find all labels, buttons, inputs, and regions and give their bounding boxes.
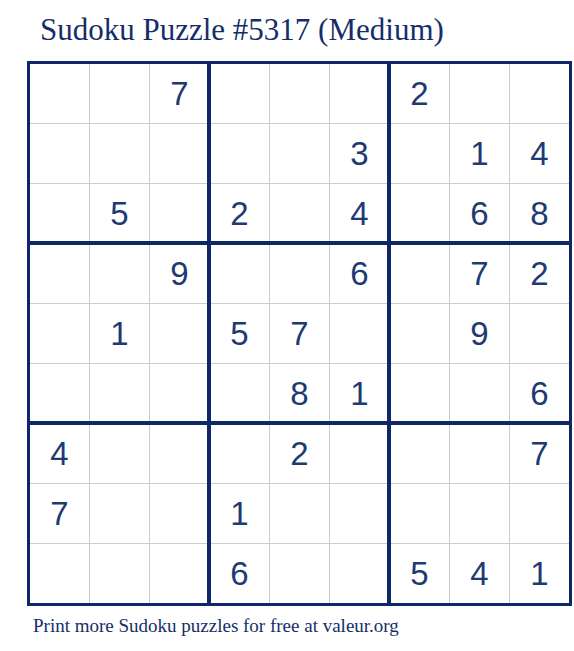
cell-r1c3[interactable]: 7 bbox=[150, 64, 209, 123]
cell-r7c4[interactable] bbox=[210, 424, 269, 483]
cell-r7c7[interactable] bbox=[390, 424, 449, 483]
cell-r8c7[interactable] bbox=[390, 484, 449, 543]
sudoku-board: 723145246896721579816427716541 bbox=[27, 61, 572, 606]
cell-r8c6[interactable] bbox=[330, 484, 389, 543]
cell-r4c7[interactable] bbox=[390, 244, 449, 303]
cell-r6c6[interactable]: 1 bbox=[330, 364, 389, 423]
cell-r5c1[interactable] bbox=[30, 304, 89, 363]
cell-r7c9[interactable]: 7 bbox=[510, 424, 569, 483]
cell-r8c9[interactable] bbox=[510, 484, 569, 543]
cell-r2c1[interactable] bbox=[30, 124, 89, 183]
cell-r7c5[interactable]: 2 bbox=[270, 424, 329, 483]
cell-r4c6[interactable]: 6 bbox=[330, 244, 389, 303]
cell-r3c8[interactable]: 6 bbox=[450, 184, 509, 243]
cell-r9c6[interactable] bbox=[330, 544, 389, 603]
cell-r9c1[interactable] bbox=[30, 544, 89, 603]
cell-r2c7[interactable] bbox=[390, 124, 449, 183]
cell-r4c5[interactable] bbox=[270, 244, 329, 303]
cell-r9c5[interactable] bbox=[270, 544, 329, 603]
cell-r9c4[interactable]: 6 bbox=[210, 544, 269, 603]
cell-r9c3[interactable] bbox=[150, 544, 209, 603]
cell-r3c5[interactable] bbox=[270, 184, 329, 243]
cell-r7c2[interactable] bbox=[90, 424, 149, 483]
cell-r8c1[interactable]: 7 bbox=[30, 484, 89, 543]
cell-r6c9[interactable]: 6 bbox=[510, 364, 569, 423]
cell-r5c2[interactable]: 1 bbox=[90, 304, 149, 363]
cell-r9c9[interactable]: 1 bbox=[510, 544, 569, 603]
cell-r1c8[interactable] bbox=[450, 64, 509, 123]
cell-r7c8[interactable] bbox=[450, 424, 509, 483]
cell-r3c9[interactable]: 8 bbox=[510, 184, 569, 243]
cell-r6c1[interactable] bbox=[30, 364, 89, 423]
cell-r2c8[interactable]: 1 bbox=[450, 124, 509, 183]
cell-r5c7[interactable] bbox=[390, 304, 449, 363]
cell-r6c2[interactable] bbox=[90, 364, 149, 423]
cell-r7c6[interactable] bbox=[330, 424, 389, 483]
cell-r6c8[interactable] bbox=[450, 364, 509, 423]
cell-r1c9[interactable] bbox=[510, 64, 569, 123]
cell-r3c1[interactable] bbox=[30, 184, 89, 243]
cell-r2c2[interactable] bbox=[90, 124, 149, 183]
cell-r4c8[interactable]: 7 bbox=[450, 244, 509, 303]
cell-r3c2[interactable]: 5 bbox=[90, 184, 149, 243]
cell-r9c8[interactable]: 4 bbox=[450, 544, 509, 603]
cell-r7c1[interactable]: 4 bbox=[30, 424, 89, 483]
cell-r3c3[interactable] bbox=[150, 184, 209, 243]
cell-r5c6[interactable] bbox=[330, 304, 389, 363]
cell-r2c9[interactable]: 4 bbox=[510, 124, 569, 183]
cell-r5c5[interactable]: 7 bbox=[270, 304, 329, 363]
puzzle-title: Sudoku Puzzle #5317 (Medium) bbox=[40, 12, 444, 48]
cell-r9c7[interactable]: 5 bbox=[390, 544, 449, 603]
sudoku-page: Sudoku Puzzle #5317 (Medium) 72314524689… bbox=[0, 0, 574, 651]
cell-r1c4[interactable] bbox=[210, 64, 269, 123]
cell-r8c8[interactable] bbox=[450, 484, 509, 543]
cell-r7c3[interactable] bbox=[150, 424, 209, 483]
cell-r1c6[interactable] bbox=[330, 64, 389, 123]
cell-r8c5[interactable] bbox=[270, 484, 329, 543]
cell-r8c3[interactable] bbox=[150, 484, 209, 543]
cell-r2c5[interactable] bbox=[270, 124, 329, 183]
cell-r3c4[interactable]: 2 bbox=[210, 184, 269, 243]
cell-r4c1[interactable] bbox=[30, 244, 89, 303]
cell-r6c3[interactable] bbox=[150, 364, 209, 423]
cell-r3c6[interactable]: 4 bbox=[330, 184, 389, 243]
footer-text: Print more Sudoku puzzles for free at va… bbox=[33, 615, 399, 637]
cell-r5c8[interactable]: 9 bbox=[450, 304, 509, 363]
cell-r4c9[interactable]: 2 bbox=[510, 244, 569, 303]
cell-r6c5[interactable]: 8 bbox=[270, 364, 329, 423]
cell-r1c1[interactable] bbox=[30, 64, 89, 123]
cell-r1c2[interactable] bbox=[90, 64, 149, 123]
cell-r4c3[interactable]: 9 bbox=[150, 244, 209, 303]
cell-r1c5[interactable] bbox=[270, 64, 329, 123]
cell-r1c7[interactable]: 2 bbox=[390, 64, 449, 123]
cell-r6c4[interactable] bbox=[210, 364, 269, 423]
cell-r8c4[interactable]: 1 bbox=[210, 484, 269, 543]
cell-r5c4[interactable]: 5 bbox=[210, 304, 269, 363]
cell-r4c4[interactable] bbox=[210, 244, 269, 303]
cell-r2c6[interactable]: 3 bbox=[330, 124, 389, 183]
cell-r5c9[interactable] bbox=[510, 304, 569, 363]
cell-r4c2[interactable] bbox=[90, 244, 149, 303]
cell-r6c7[interactable] bbox=[390, 364, 449, 423]
cell-r8c2[interactable] bbox=[90, 484, 149, 543]
cell-r2c4[interactable] bbox=[210, 124, 269, 183]
cell-r2c3[interactable] bbox=[150, 124, 209, 183]
cell-r3c7[interactable] bbox=[390, 184, 449, 243]
cell-r9c2[interactable] bbox=[90, 544, 149, 603]
cell-r5c3[interactable] bbox=[150, 304, 209, 363]
